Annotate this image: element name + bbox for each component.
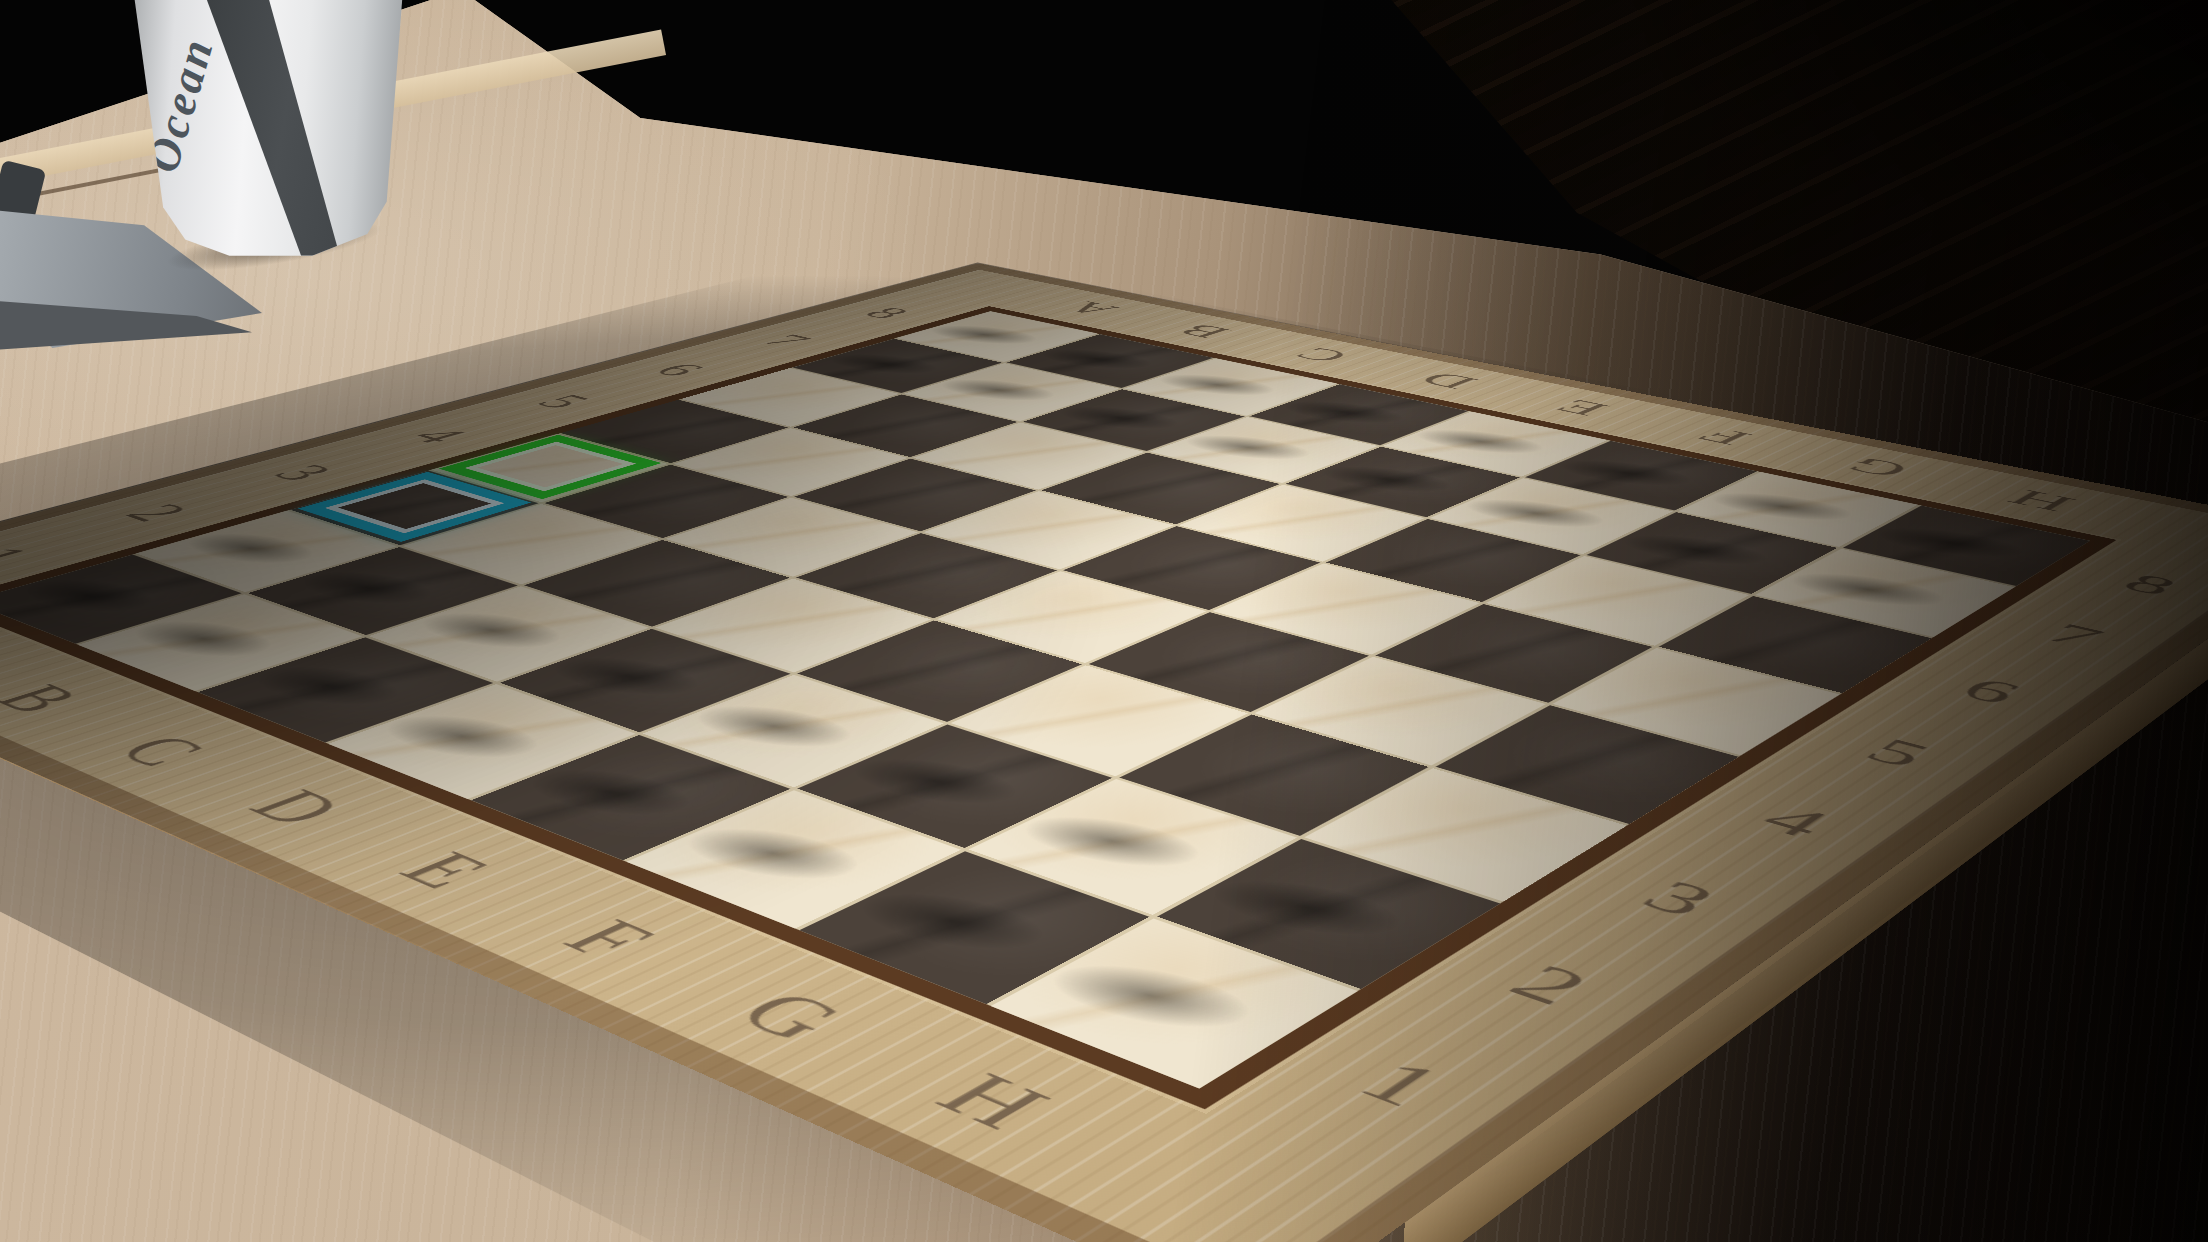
file-label-near-D: D [227, 780, 368, 835]
rank-label-right-1: 1 [1337, 1047, 1468, 1119]
file-label-near-B: B [0, 676, 104, 721]
screenshot-root: Ocean ♜♞♝♛♚♝♞♜♟♟♟♟♟♟♟♟♟♟♟♟♟♟♟♟♜♞♝♛♚♝♞♜ A… [0, 0, 2208, 1242]
rank-label-right-3: 3 [1625, 870, 1735, 926]
file-label-near-E: E [377, 842, 516, 899]
rank-label-right-6: 6 [1947, 671, 2035, 711]
file-label-near-F: F [540, 908, 679, 969]
rank-label-right-8: 8 [2112, 568, 2190, 601]
file-label-near-G: G [713, 979, 870, 1053]
rank-label-right-2: 2 [1490, 953, 1610, 1017]
file-label-near-C: C [96, 726, 230, 775]
rank-label-right-4: 4 [1745, 796, 1847, 846]
chessboard: ♜♞♝♛♚♝♞♜♟♟♟♟♟♟♟♟♟♟♟♟♟♟♟♟♜♞♝♛♚♝♞♜ AA11BB2… [0, 263, 2208, 1242]
file-label-near-H: H [913, 1060, 1076, 1143]
rank-label-right-7: 7 [2033, 617, 2116, 654]
board-scene: ♜♞♝♛♚♝♞♜♟♟♟♟♟♟♟♟♟♟♟♟♟♟♟♟♜♞♝♛♚♝♞♜ AA11BB2… [0, 0, 2208, 1242]
square-h1[interactable]: ♜ [991, 919, 1357, 1089]
rank-label-right-5: 5 [1851, 730, 1946, 775]
board-frame: ♜♞♝♛♚♝♞♜♟♟♟♟♟♟♟♟♟♟♟♟♟♟♟♟♜♞♝♛♚♝♞♜ AA11BB2… [0, 263, 2208, 1242]
